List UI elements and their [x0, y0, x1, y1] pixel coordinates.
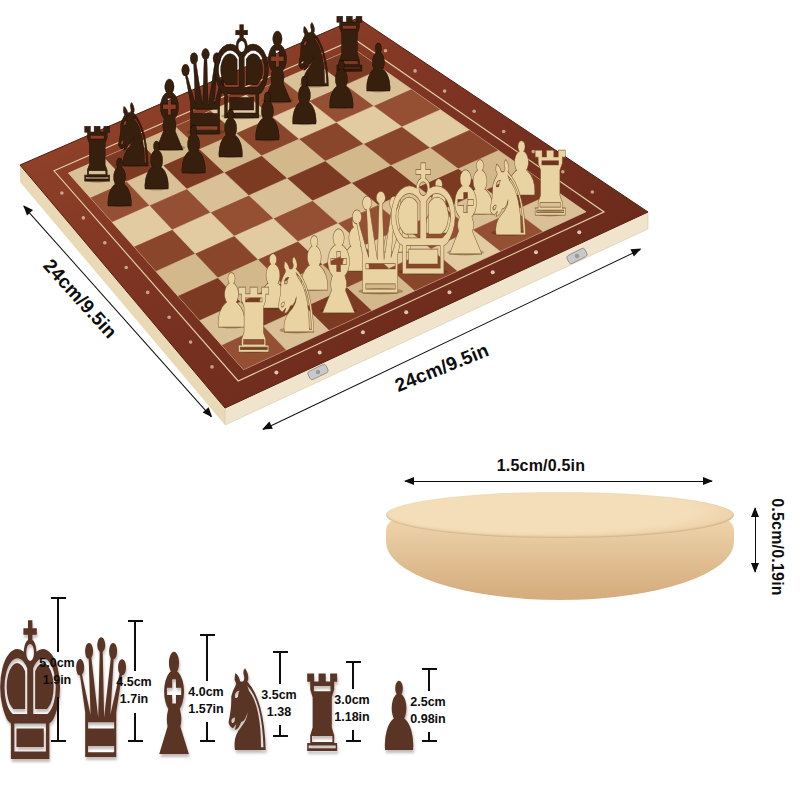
checker-thickness-label: 0.5cm/0.19in	[768, 498, 786, 596]
svg-text:♟: ♟	[213, 96, 248, 172]
pawn-height-in: 0.98in	[394, 711, 462, 728]
checker-diameter-arrow	[405, 481, 712, 482]
measure-line	[428, 732, 430, 740]
svg-text:♟: ♟	[287, 63, 322, 139]
svg-text:♟: ♟	[250, 80, 285, 156]
rook-height-in: 1.18in	[318, 709, 386, 726]
svg-text:♜: ♜	[526, 133, 574, 236]
rook-height-cm: 3.0cm	[318, 692, 386, 709]
checker-diameter-label: 1.5cm/0.5in	[497, 457, 585, 475]
measure-line	[352, 730, 354, 740]
svg-text:♟: ♟	[324, 47, 359, 123]
rook-measure: 3.0cm 1.18in	[324, 663, 380, 740]
checker-piece	[386, 492, 734, 602]
measure-line	[352, 663, 354, 689]
svg-text:♟: ♟	[176, 112, 211, 188]
measure-line	[428, 670, 430, 691]
measure-line	[279, 653, 281, 684]
svg-text:♟: ♟	[102, 145, 137, 221]
measure-line	[279, 725, 281, 735]
svg-text:♟: ♟	[361, 31, 396, 107]
measure-line	[57, 599, 59, 652]
measure-line	[206, 636, 208, 681]
measure-line	[134, 622, 136, 671]
svg-text:♟: ♟	[139, 129, 174, 205]
measure-line	[134, 713, 136, 740]
checker-thickness-arrow	[755, 508, 756, 572]
product-image: ♜♞♝♛♚♝♞♜♟♟♟♟♟♟♟♟♟♟♟♟♟♟♟♟♜♞♝♛♚♝♞♜ 24cm/9.…	[0, 0, 800, 800]
measure-line	[206, 722, 208, 740]
pawn-height-cm: 2.5cm	[394, 694, 462, 711]
chess-board-photo: ♜♞♝♛♚♝♞♜♟♟♟♟♟♟♟♟♟♟♟♟♟♟♟♟♜♞♝♛♚♝♞♜	[0, 0, 680, 452]
measure-line	[57, 697, 59, 740]
pawn-measure: 2.5cm 0.98in	[400, 670, 456, 740]
checker-top-face	[386, 492, 734, 538]
